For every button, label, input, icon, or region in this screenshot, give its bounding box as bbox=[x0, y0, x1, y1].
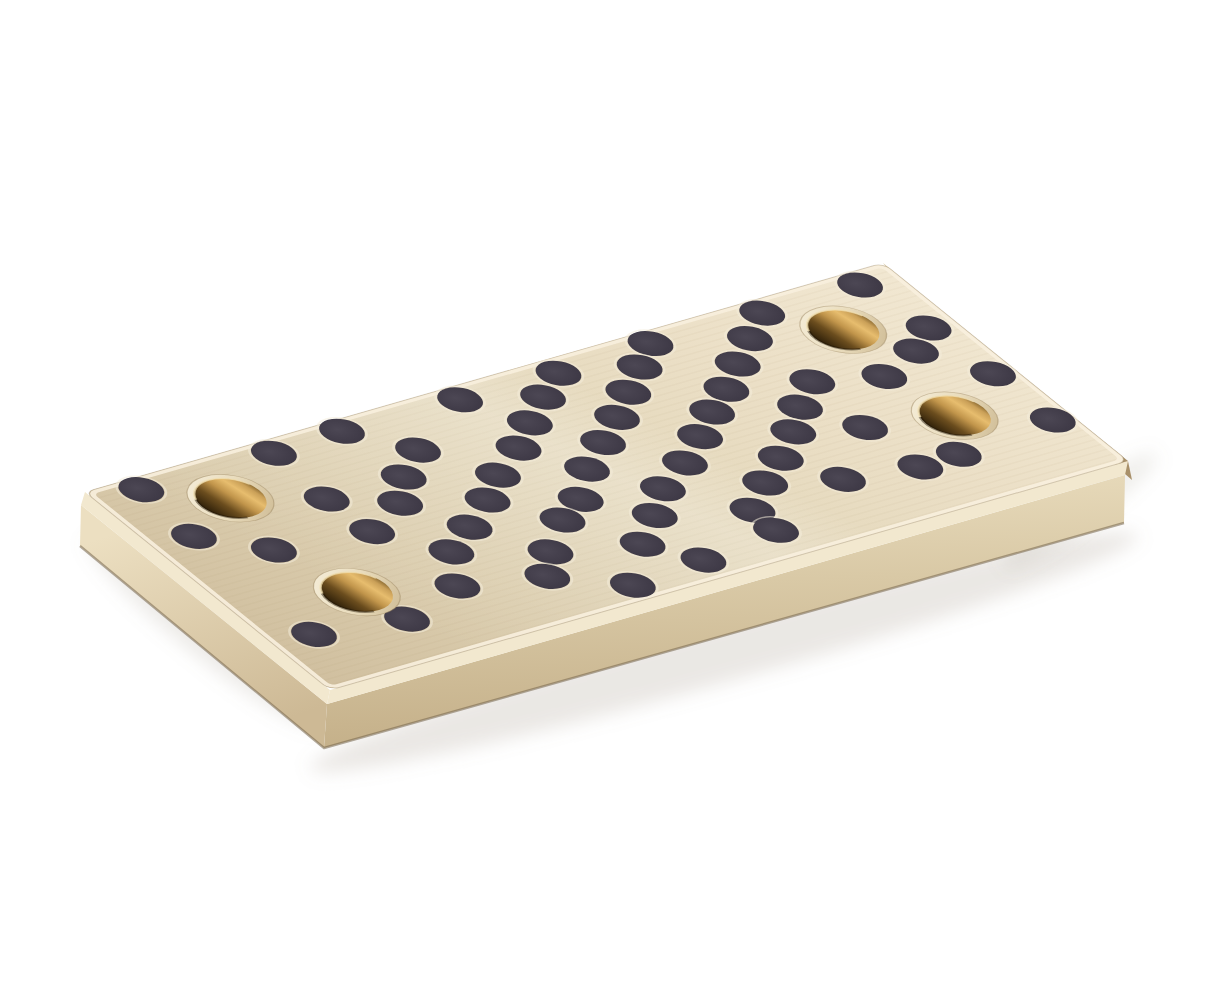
photo-stage bbox=[0, 0, 1232, 985]
wear-plate-photo bbox=[0, 0, 1232, 985]
scene-svg bbox=[0, 0, 1232, 985]
